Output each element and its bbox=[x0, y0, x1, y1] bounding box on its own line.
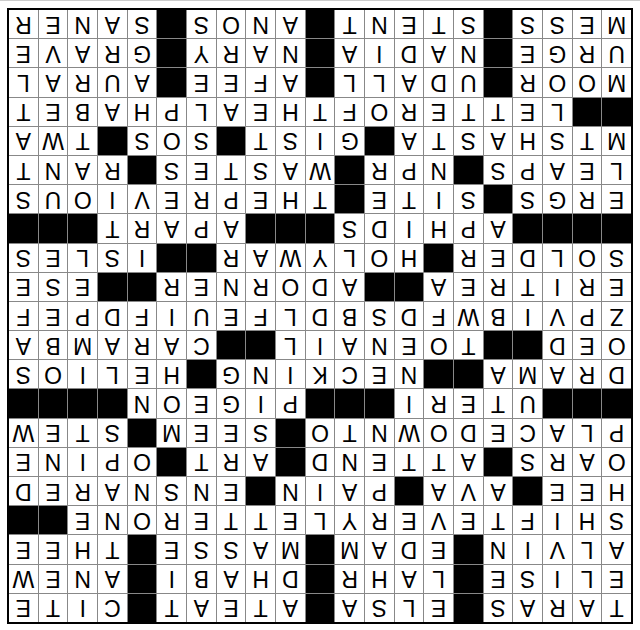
letter-cell-r5c16[interactable]: O bbox=[128, 448, 157, 476]
letter-cell-r10c17[interactable]: D bbox=[98, 302, 127, 330]
letter-cell-r20c3[interactable]: S bbox=[513, 10, 542, 38]
letter-cell-r17c17[interactable]: A bbox=[98, 98, 127, 126]
letter-cell-r20c11[interactable]: A bbox=[276, 10, 305, 38]
letter-cell-r18c5[interactable]: U bbox=[454, 68, 483, 96]
letter-cell-r12c5[interactable]: R bbox=[454, 244, 483, 272]
letter-cell-r3c11[interactable]: E bbox=[276, 506, 305, 534]
letter-cell-r2c3[interactable]: I bbox=[513, 535, 542, 563]
letter-cell-r12c19[interactable]: E bbox=[39, 244, 68, 272]
letter-cell-r18c11[interactable]: A bbox=[276, 68, 305, 96]
letter-cell-r9c2[interactable]: D bbox=[543, 331, 572, 359]
letter-cell-r7c6[interactable]: R bbox=[424, 389, 453, 417]
letter-cell-r18c16[interactable]: A bbox=[128, 68, 157, 96]
letter-cell-r20c13[interactable]: O bbox=[217, 10, 246, 38]
letter-cell-r6c17[interactable]: S bbox=[98, 419, 127, 447]
letter-cell-r8c11[interactable]: I bbox=[276, 360, 305, 388]
letter-cell-r18c7[interactable]: A bbox=[395, 68, 424, 96]
letter-cell-r17c13[interactable]: A bbox=[217, 98, 246, 126]
letter-cell-r5c12[interactable]: A bbox=[246, 448, 275, 476]
letter-cell-r10c5[interactable]: W bbox=[454, 302, 483, 330]
letter-cell-r11c1[interactable]: R bbox=[573, 273, 602, 301]
letter-cell-r3c15[interactable]: R bbox=[157, 506, 186, 534]
letter-cell-r17c20[interactable]: T bbox=[9, 98, 38, 126]
letter-cell-r15c6[interactable]: N bbox=[424, 156, 453, 184]
letter-cell-r18c3[interactable]: R bbox=[513, 68, 542, 96]
letter-cell-r11c9[interactable]: A bbox=[335, 273, 364, 301]
letter-cell-r5c10[interactable]: D bbox=[306, 448, 335, 476]
letter-cell-r14c7[interactable]: T bbox=[395, 185, 424, 213]
letter-cell-r7c14[interactable]: E bbox=[187, 389, 216, 417]
letter-cell-r16c6[interactable]: T bbox=[424, 127, 453, 155]
letter-cell-r17c11[interactable]: H bbox=[276, 98, 305, 126]
letter-cell-r5c8[interactable]: E bbox=[365, 448, 394, 476]
letter-cell-r0c3[interactable]: A bbox=[513, 594, 542, 622]
letter-cell-r4c1[interactable]: E bbox=[573, 477, 602, 505]
letter-cell-r17c7[interactable]: R bbox=[395, 98, 424, 126]
letter-cell-r10c1[interactable]: P bbox=[573, 302, 602, 330]
letter-cell-r3c8[interactable]: R bbox=[365, 506, 394, 534]
letter-cell-r8c8[interactable]: E bbox=[365, 360, 394, 388]
letter-cell-r11c11[interactable]: O bbox=[276, 273, 305, 301]
letter-cell-r5c9[interactable]: N bbox=[335, 448, 364, 476]
letter-cell-r14c14[interactable]: R bbox=[187, 185, 216, 213]
letter-cell-r14c11[interactable]: H bbox=[276, 185, 305, 213]
letter-cell-r20c0[interactable]: M bbox=[602, 10, 631, 38]
letter-cell-r15c0[interactable]: L bbox=[602, 156, 631, 184]
letter-cell-r8c19[interactable]: O bbox=[39, 360, 68, 388]
letter-cell-r14c16[interactable]: V bbox=[128, 185, 157, 213]
letter-cell-r9c0[interactable]: O bbox=[602, 331, 631, 359]
letter-cell-r9c9[interactable]: A bbox=[335, 331, 364, 359]
letter-cell-r20c7[interactable]: E bbox=[395, 10, 424, 38]
letter-cell-r5c7[interactable]: T bbox=[395, 448, 424, 476]
letter-cell-r19c18[interactable]: A bbox=[68, 39, 97, 67]
letter-cell-r20c6[interactable]: T bbox=[424, 10, 453, 38]
letter-cell-r18c12[interactable]: F bbox=[246, 68, 275, 96]
letter-cell-r16c16[interactable]: S bbox=[128, 127, 157, 155]
letter-cell-r5c6[interactable]: T bbox=[424, 448, 453, 476]
letter-cell-r20c8[interactable]: N bbox=[365, 10, 394, 38]
letter-cell-r8c18[interactable]: I bbox=[68, 360, 97, 388]
letter-cell-r7c4[interactable]: T bbox=[484, 389, 513, 417]
letter-cell-r11c6[interactable]: A bbox=[424, 273, 453, 301]
letter-cell-r2c15[interactable]: E bbox=[157, 535, 186, 563]
letter-cell-r4c20[interactable]: D bbox=[9, 477, 38, 505]
letter-cell-r6c5[interactable]: D bbox=[454, 419, 483, 447]
letter-cell-r11c19[interactable]: S bbox=[39, 273, 68, 301]
letter-cell-r13c5[interactable]: P bbox=[454, 214, 483, 242]
letter-cell-r1c15[interactable]: I bbox=[157, 565, 186, 593]
letter-cell-r13c13[interactable]: A bbox=[217, 214, 246, 242]
letter-cell-r12c2[interactable]: L bbox=[543, 244, 572, 272]
letter-cell-r14c5[interactable]: S bbox=[454, 185, 483, 213]
letter-cell-r2c7[interactable]: D bbox=[395, 535, 424, 563]
letter-cell-r10c20[interactable]: F bbox=[9, 302, 38, 330]
letter-cell-r0c15[interactable]: T bbox=[157, 594, 186, 622]
letter-cell-r16c4[interactable]: A bbox=[484, 127, 513, 155]
letter-cell-r19c12[interactable]: A bbox=[246, 39, 275, 67]
letter-cell-r8c1[interactable]: R bbox=[573, 360, 602, 388]
letter-cell-r0c18[interactable]: I bbox=[68, 594, 97, 622]
letter-cell-r5c5[interactable]: A bbox=[454, 448, 483, 476]
letter-cell-r15c20[interactable]: T bbox=[9, 156, 38, 184]
letter-cell-r3c2[interactable]: I bbox=[543, 506, 572, 534]
letter-cell-r20c14[interactable]: S bbox=[187, 10, 216, 38]
letter-cell-r5c3[interactable]: S bbox=[513, 448, 542, 476]
letter-cell-r13c15[interactable]: A bbox=[157, 214, 186, 242]
letter-cell-r9c14[interactable]: C bbox=[187, 331, 216, 359]
letter-cell-r9c6[interactable]: O bbox=[424, 331, 453, 359]
letter-cell-r15c3[interactable]: P bbox=[513, 156, 542, 184]
letter-cell-r2c8[interactable]: A bbox=[365, 535, 394, 563]
letter-cell-r2c0[interactable]: A bbox=[602, 535, 631, 563]
letter-cell-r9c7[interactable]: E bbox=[395, 331, 424, 359]
letter-cell-r2c4[interactable]: N bbox=[484, 535, 513, 563]
letter-cell-r14c17[interactable]: I bbox=[98, 185, 127, 213]
letter-cell-r2c1[interactable]: L bbox=[573, 535, 602, 563]
letter-cell-r5c2[interactable]: R bbox=[543, 448, 572, 476]
letter-cell-r4c0[interactable]: H bbox=[602, 477, 631, 505]
letter-cell-r1c20[interactable]: W bbox=[9, 565, 38, 593]
letter-cell-r14c1[interactable]: R bbox=[573, 185, 602, 213]
letter-cell-r6c0[interactable]: P bbox=[602, 419, 631, 447]
letter-cell-r3c9[interactable]: Y bbox=[335, 506, 364, 534]
letter-cell-r1c18[interactable]: N bbox=[68, 565, 97, 593]
letter-cell-r14c18[interactable]: O bbox=[68, 185, 97, 213]
letter-cell-r18c6[interactable]: D bbox=[424, 68, 453, 96]
letter-cell-r6c15[interactable]: M bbox=[157, 419, 186, 447]
letter-cell-r19c6[interactable]: A bbox=[424, 39, 453, 67]
letter-cell-r8c13[interactable]: G bbox=[217, 360, 246, 388]
letter-cell-r11c18[interactable]: E bbox=[68, 273, 97, 301]
letter-cell-r11c13[interactable]: N bbox=[217, 273, 246, 301]
letter-cell-r8c3[interactable]: M bbox=[513, 360, 542, 388]
letter-cell-r8c12[interactable]: N bbox=[246, 360, 275, 388]
letter-cell-r6c20[interactable]: W bbox=[9, 419, 38, 447]
letter-cell-r19c0[interactable]: U bbox=[602, 39, 631, 67]
letter-cell-r12c16[interactable]: I bbox=[128, 244, 157, 272]
letter-cell-r12c7[interactable]: H bbox=[395, 244, 424, 272]
letter-cell-r4c6[interactable]: A bbox=[424, 477, 453, 505]
letter-cell-r4c17[interactable]: A bbox=[98, 477, 127, 505]
letter-cell-r20c20[interactable]: R bbox=[9, 10, 38, 38]
letter-cell-r17c18[interactable]: B bbox=[68, 98, 97, 126]
letter-cell-r17c15[interactable]: P bbox=[157, 98, 186, 126]
letter-cell-r19c8[interactable]: I bbox=[365, 39, 394, 67]
letter-cell-r14c2[interactable]: G bbox=[543, 185, 572, 213]
letter-cell-r16c19[interactable]: W bbox=[39, 127, 68, 155]
letter-cell-r15c19[interactable]: N bbox=[39, 156, 68, 184]
letter-cell-r15c14[interactable]: E bbox=[187, 156, 216, 184]
letter-cell-r20c1[interactable]: E bbox=[573, 10, 602, 38]
letter-cell-r18c20[interactable]: L bbox=[9, 68, 38, 96]
letter-cell-r8c0[interactable]: D bbox=[602, 360, 631, 388]
letter-cell-r2c6[interactable]: E bbox=[424, 535, 453, 563]
letter-cell-r12c3[interactable]: D bbox=[513, 244, 542, 272]
letter-cell-r8c17[interactable]: L bbox=[98, 360, 127, 388]
letter-cell-r8c20[interactable]: S bbox=[9, 360, 38, 388]
letter-cell-r18c9[interactable]: L bbox=[335, 68, 364, 96]
letter-cell-r10c14[interactable]: U bbox=[187, 302, 216, 330]
letter-cell-r13c16[interactable]: R bbox=[128, 214, 157, 242]
letter-cell-r17c9[interactable]: F bbox=[335, 98, 364, 126]
letter-cell-r18c17[interactable]: U bbox=[98, 68, 127, 96]
letter-cell-r2c13[interactable]: S bbox=[217, 535, 246, 563]
letter-cell-r1c9[interactable]: R bbox=[335, 565, 364, 593]
letter-cell-r0c2[interactable]: R bbox=[543, 594, 572, 622]
letter-cell-r19c5[interactable]: N bbox=[454, 39, 483, 67]
letter-cell-r9c19[interactable]: B bbox=[39, 331, 68, 359]
letter-cell-r16c5[interactable]: S bbox=[454, 127, 483, 155]
letter-cell-r16c1[interactable]: T bbox=[573, 127, 602, 155]
letter-cell-r1c3[interactable]: S bbox=[513, 565, 542, 593]
letter-cell-r8c7[interactable]: N bbox=[395, 360, 424, 388]
letter-cell-r17c8[interactable]: O bbox=[365, 98, 394, 126]
letter-cell-r0c11[interactable]: A bbox=[276, 594, 305, 622]
letter-cell-r4c2[interactable]: E bbox=[543, 477, 572, 505]
letter-cell-r9c17[interactable]: A bbox=[98, 331, 127, 359]
letter-cell-r4c14[interactable]: N bbox=[187, 477, 216, 505]
letter-cell-r5c20[interactable]: E bbox=[9, 448, 38, 476]
letter-cell-r14c19[interactable]: U bbox=[39, 185, 68, 213]
letter-cell-r0c4[interactable]: S bbox=[484, 594, 513, 622]
letter-cell-r18c14[interactable]: E bbox=[187, 68, 216, 96]
letter-cell-r2c19[interactable]: E bbox=[39, 535, 68, 563]
letter-cell-r14c20[interactable]: S bbox=[9, 185, 38, 213]
letter-cell-r19c3[interactable]: E bbox=[513, 39, 542, 67]
letter-cell-r1c17[interactable]: A bbox=[98, 565, 127, 593]
letter-cell-r10c16[interactable]: F bbox=[128, 302, 157, 330]
letter-cell-r15c18[interactable]: A bbox=[68, 156, 97, 184]
letter-cell-r0c14[interactable]: A bbox=[187, 594, 216, 622]
letter-cell-r3c6[interactable]: V bbox=[424, 506, 453, 534]
letter-cell-r6c14[interactable]: E bbox=[187, 419, 216, 447]
letter-cell-r1c13[interactable]: A bbox=[217, 565, 246, 593]
letter-cell-r6c2[interactable]: A bbox=[543, 419, 572, 447]
letter-cell-r17c3[interactable]: E bbox=[513, 98, 542, 126]
letter-cell-r16c9[interactable]: G bbox=[335, 127, 364, 155]
letter-cell-r10c10[interactable]: D bbox=[306, 302, 335, 330]
letter-cell-r20c5[interactable]: S bbox=[454, 10, 483, 38]
letter-cell-r10c9[interactable]: B bbox=[335, 302, 364, 330]
letter-cell-r11c20[interactable]: E bbox=[9, 273, 38, 301]
letter-cell-r10c13[interactable]: E bbox=[217, 302, 246, 330]
letter-cell-r0c12[interactable]: T bbox=[246, 594, 275, 622]
letter-cell-r9c16[interactable]: R bbox=[128, 331, 157, 359]
letter-cell-r19c1[interactable]: R bbox=[573, 39, 602, 67]
letter-cell-r7c13[interactable]: G bbox=[217, 389, 246, 417]
letter-cell-r0c9[interactable]: A bbox=[335, 594, 364, 622]
letter-cell-r19c11[interactable]: N bbox=[276, 39, 305, 67]
letter-cell-r20c12[interactable]: N bbox=[246, 10, 275, 38]
letter-cell-r10c12[interactable]: F bbox=[246, 302, 275, 330]
letter-cell-r16c2[interactable]: S bbox=[543, 127, 572, 155]
letter-cell-r3c17[interactable]: N bbox=[98, 506, 127, 534]
letter-cell-r1c8[interactable]: H bbox=[365, 565, 394, 593]
letter-cell-r6c4[interactable]: E bbox=[484, 419, 513, 447]
letter-cell-r12c18[interactable]: L bbox=[68, 244, 97, 272]
letter-cell-r4c9[interactable]: A bbox=[335, 477, 364, 505]
letter-cell-r16c7[interactable]: A bbox=[395, 127, 424, 155]
letter-cell-r6c18[interactable]: T bbox=[68, 419, 97, 447]
letter-cell-r15c12[interactable]: S bbox=[246, 156, 275, 184]
letter-cell-r0c1[interactable]: A bbox=[573, 594, 602, 622]
letter-cell-r11c12[interactable]: R bbox=[246, 273, 275, 301]
letter-cell-r1c1[interactable]: L bbox=[573, 565, 602, 593]
letter-cell-r6c12[interactable]: S bbox=[246, 419, 275, 447]
letter-cell-r15c15[interactable]: S bbox=[157, 156, 186, 184]
letter-cell-r18c13[interactable]: E bbox=[217, 68, 246, 96]
letter-cell-r4c4[interactable]: A bbox=[484, 477, 513, 505]
letter-cell-r19c13[interactable]: R bbox=[217, 39, 246, 67]
letter-cell-r17c14[interactable]: L bbox=[187, 98, 216, 126]
letter-cell-r3c16[interactable]: O bbox=[128, 506, 157, 534]
letter-cell-r14c6[interactable]: I bbox=[424, 185, 453, 213]
letter-cell-r15c11[interactable]: A bbox=[276, 156, 305, 184]
letter-cell-r3c14[interactable]: E bbox=[187, 506, 216, 534]
letter-cell-r15c8[interactable]: R bbox=[365, 156, 394, 184]
letter-cell-r0c6[interactable]: E bbox=[424, 594, 453, 622]
letter-cell-r4c13[interactable]: E bbox=[217, 477, 246, 505]
letter-cell-r19c20[interactable]: E bbox=[9, 39, 38, 67]
letter-cell-r3c0[interactable]: S bbox=[602, 506, 631, 534]
letter-cell-r1c4[interactable]: E bbox=[484, 565, 513, 593]
letter-cell-r10c3[interactable]: I bbox=[513, 302, 542, 330]
letter-cell-r0c20[interactable]: E bbox=[9, 594, 38, 622]
letter-cell-r9c5[interactable]: T bbox=[454, 331, 483, 359]
letter-cell-r20c9[interactable]: T bbox=[335, 10, 364, 38]
letter-cell-r12c8[interactable]: O bbox=[365, 244, 394, 272]
letter-cell-r13c9[interactable]: S bbox=[335, 214, 364, 242]
letter-cell-r9c1[interactable]: E bbox=[573, 331, 602, 359]
letter-cell-r7c5[interactable]: E bbox=[454, 389, 483, 417]
letter-cell-r3c13[interactable]: T bbox=[217, 506, 246, 534]
letter-cell-r16c12[interactable]: T bbox=[246, 127, 275, 155]
letter-cell-r3c18[interactable]: E bbox=[68, 506, 97, 534]
letter-cell-r6c1[interactable]: L bbox=[573, 419, 602, 447]
letter-cell-r19c7[interactable]: D bbox=[395, 39, 424, 67]
letter-cell-r15c4[interactable]: S bbox=[484, 156, 513, 184]
letter-cell-r12c13[interactable]: R bbox=[217, 244, 246, 272]
letter-cell-r4c11[interactable]: N bbox=[276, 477, 305, 505]
letter-cell-r9c20[interactable]: A bbox=[9, 331, 38, 359]
letter-cell-r5c18[interactable]: I bbox=[68, 448, 97, 476]
letter-cell-r16c14[interactable]: S bbox=[187, 127, 216, 155]
letter-cell-r6c10[interactable]: O bbox=[306, 419, 335, 447]
letter-cell-r7c15[interactable]: O bbox=[157, 389, 186, 417]
letter-cell-r2c11[interactable]: M bbox=[276, 535, 305, 563]
letter-cell-r15c1[interactable]: E bbox=[573, 156, 602, 184]
letter-cell-r16c0[interactable]: M bbox=[602, 127, 631, 155]
letter-cell-r16c10[interactable]: I bbox=[306, 127, 335, 155]
letter-cell-r13c14[interactable]: P bbox=[187, 214, 216, 242]
letter-cell-r5c13[interactable]: R bbox=[217, 448, 246, 476]
letter-cell-r6c19[interactable]: E bbox=[39, 419, 68, 447]
letter-cell-r12c10[interactable]: Y bbox=[306, 244, 335, 272]
letter-cell-r3c3[interactable]: F bbox=[513, 506, 542, 534]
letter-cell-r20c17[interactable]: A bbox=[98, 10, 127, 38]
letter-cell-r1c2[interactable]: I bbox=[543, 565, 572, 593]
letter-cell-r17c4[interactable]: T bbox=[484, 98, 513, 126]
letter-cell-r4c8[interactable]: P bbox=[365, 477, 394, 505]
letter-cell-r19c17[interactable]: R bbox=[98, 39, 127, 67]
letter-cell-r9c10[interactable]: I bbox=[306, 331, 335, 359]
letter-cell-r5c0[interactable]: O bbox=[602, 448, 631, 476]
letter-cell-r12c4[interactable]: E bbox=[484, 244, 513, 272]
letter-cell-r11c2[interactable]: I bbox=[543, 273, 572, 301]
letter-cell-r5c17[interactable]: P bbox=[98, 448, 127, 476]
letter-cell-r9c18[interactable]: M bbox=[68, 331, 97, 359]
letter-cell-r19c19[interactable]: V bbox=[39, 39, 68, 67]
letter-cell-r7c3[interactable]: U bbox=[513, 389, 542, 417]
letter-cell-r18c19[interactable]: A bbox=[39, 68, 68, 96]
letter-cell-r2c12[interactable]: A bbox=[246, 535, 275, 563]
letter-cell-r6c9[interactable]: T bbox=[335, 419, 364, 447]
letter-cell-r13c17[interactable]: T bbox=[98, 214, 127, 242]
letter-cell-r20c16[interactable]: S bbox=[128, 10, 157, 38]
letter-cell-r20c19[interactable]: E bbox=[39, 10, 68, 38]
letter-cell-r12c1[interactable]: O bbox=[573, 244, 602, 272]
letter-cell-r18c2[interactable]: O bbox=[543, 68, 572, 96]
letter-cell-r8c9[interactable]: C bbox=[335, 360, 364, 388]
letter-cell-r2c20[interactable]: E bbox=[9, 535, 38, 563]
letter-cell-r10c15[interactable]: I bbox=[157, 302, 186, 330]
letter-cell-r17c2[interactable]: L bbox=[543, 98, 572, 126]
letter-cell-r13c7[interactable]: I bbox=[395, 214, 424, 242]
letter-cell-r0c19[interactable]: T bbox=[39, 594, 68, 622]
letter-cell-r6c7[interactable]: W bbox=[395, 419, 424, 447]
letter-cell-r18c18[interactable]: R bbox=[68, 68, 97, 96]
letter-cell-r10c4[interactable]: B bbox=[484, 302, 513, 330]
letter-cell-r5c19[interactable]: N bbox=[39, 448, 68, 476]
letter-cell-r13c8[interactable]: D bbox=[365, 214, 394, 242]
letter-cell-r14c12[interactable]: E bbox=[246, 185, 275, 213]
letter-cell-r10c18[interactable]: P bbox=[68, 302, 97, 330]
letter-cell-r0c13[interactable]: E bbox=[217, 594, 246, 622]
letter-cell-r20c2[interactable]: S bbox=[543, 10, 572, 38]
letter-cell-r1c0[interactable]: E bbox=[602, 565, 631, 593]
letter-cell-r15c7[interactable]: P bbox=[395, 156, 424, 184]
letter-cell-r12c17[interactable]: S bbox=[98, 244, 127, 272]
letter-cell-r11c4[interactable]: R bbox=[484, 273, 513, 301]
letter-cell-r16c3[interactable]: H bbox=[513, 127, 542, 155]
letter-cell-r18c1[interactable]: O bbox=[573, 68, 602, 96]
letter-cell-r10c6[interactable]: F bbox=[424, 302, 453, 330]
letter-cell-r3c1[interactable]: H bbox=[573, 506, 602, 534]
letter-cell-r2c9[interactable]: M bbox=[335, 535, 364, 563]
letter-cell-r16c18[interactable]: T bbox=[68, 127, 97, 155]
letter-cell-r7c7[interactable]: I bbox=[395, 389, 424, 417]
letter-cell-r3c7[interactable]: E bbox=[395, 506, 424, 534]
letter-cell-r11c14[interactable]: E bbox=[187, 273, 216, 301]
letter-cell-r11c15[interactable]: R bbox=[157, 273, 186, 301]
letter-cell-r11c0[interactable]: E bbox=[602, 273, 631, 301]
letter-cell-r12c12[interactable]: A bbox=[246, 244, 275, 272]
letter-cell-r4c16[interactable]: N bbox=[128, 477, 157, 505]
letter-cell-r11c10[interactable]: D bbox=[306, 273, 335, 301]
letter-cell-r3c4[interactable]: T bbox=[484, 506, 513, 534]
letter-cell-r19c14[interactable]: Y bbox=[187, 39, 216, 67]
letter-cell-r19c16[interactable]: G bbox=[128, 39, 157, 67]
letter-cell-r10c7[interactable]: D bbox=[395, 302, 424, 330]
letter-cell-r5c14[interactable]: T bbox=[187, 448, 216, 476]
letter-cell-r8c2[interactable]: A bbox=[543, 360, 572, 388]
letter-cell-r8c10[interactable]: K bbox=[306, 360, 335, 388]
letter-cell-r10c11[interactable]: L bbox=[276, 302, 305, 330]
letter-cell-r1c19[interactable]: E bbox=[39, 565, 68, 593]
letter-cell-r13c6[interactable]: H bbox=[424, 214, 453, 242]
letter-cell-r1c11[interactable]: D bbox=[276, 565, 305, 593]
